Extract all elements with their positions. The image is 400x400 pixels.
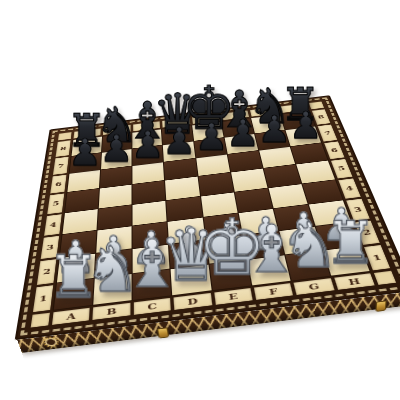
square-c6[interactable]	[133, 162, 165, 184]
square-d6[interactable]	[164, 159, 197, 181]
product-photo-scene: 87654321 87654321 ABCDEFGH ♜♞♝♛♚♝♞♜♟♟♟♟♟…	[0, 0, 400, 400]
piece-black-pawn[interactable]: ♟	[270, 107, 342, 144]
rank-label-6: 6	[50, 175, 66, 194]
brass-clasp-right	[376, 300, 387, 311]
square-h1[interactable]: ♜	[323, 246, 369, 276]
brass-clasp-left	[157, 327, 170, 338]
square-d5[interactable]	[165, 177, 199, 200]
chess-board: 87654321 87654321 ABCDEFGH ♜♞♝♛♚♝♞♜♟♟♟♟♟…	[15, 95, 400, 340]
square-a6[interactable]	[67, 170, 100, 192]
sun-ornament-icon	[41, 336, 60, 349]
piece-white-rook[interactable]: ♜	[305, 214, 395, 272]
square-f6[interactable]	[227, 151, 262, 172]
square-e6[interactable]	[196, 155, 230, 176]
